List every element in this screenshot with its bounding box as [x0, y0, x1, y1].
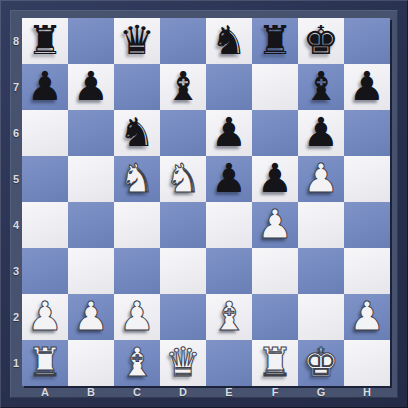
square-a2[interactable]: ♟: [22, 294, 68, 340]
piece-black-bishop[interactable]: ♝: [160, 64, 206, 110]
square-h7[interactable]: ♟: [344, 64, 390, 110]
square-d8[interactable]: [160, 18, 206, 64]
square-a6[interactable]: [22, 110, 68, 156]
square-d3[interactable]: [160, 248, 206, 294]
file-labels: ABCDEFGH: [22, 387, 390, 398]
square-b3[interactable]: [68, 248, 114, 294]
rank-label-4: 4: [10, 202, 22, 248]
file-label-g: G: [298, 387, 344, 398]
square-f2[interactable]: [252, 294, 298, 340]
piece-white-pawn[interactable]: ♟: [68, 294, 114, 340]
file-label-e: E: [206, 387, 252, 398]
rank-label-2: 2: [10, 294, 22, 340]
board: ♜♛♞♜♚♟♟♝♝♟♞♟♟♞♞♟♟♟♟♟♟♟♝♟♜♝♛♜♚: [22, 18, 390, 386]
square-h4[interactable]: [344, 202, 390, 248]
square-d6[interactable]: [160, 110, 206, 156]
piece-white-bishop[interactable]: ♝: [206, 294, 252, 340]
square-e5[interactable]: ♟: [206, 156, 252, 202]
square-b1[interactable]: [68, 340, 114, 386]
square-f8[interactable]: ♜: [252, 18, 298, 64]
rank-label-3: 3: [10, 248, 22, 294]
rank-label-1: 1: [10, 340, 22, 386]
square-g5[interactable]: ♟: [298, 156, 344, 202]
piece-white-pawn[interactable]: ♟: [114, 294, 160, 340]
piece-white-king[interactable]: ♚: [298, 340, 344, 386]
square-h1[interactable]: [344, 340, 390, 386]
square-a7[interactable]: ♟: [22, 64, 68, 110]
square-e3[interactable]: [206, 248, 252, 294]
square-e7[interactable]: [206, 64, 252, 110]
square-h3[interactable]: [344, 248, 390, 294]
piece-black-rook[interactable]: ♜: [22, 18, 68, 64]
square-b4[interactable]: [68, 202, 114, 248]
square-a8[interactable]: ♜: [22, 18, 68, 64]
square-g2[interactable]: [298, 294, 344, 340]
piece-black-knight[interactable]: ♞: [206, 18, 252, 64]
square-h8[interactable]: [344, 18, 390, 64]
square-a3[interactable]: [22, 248, 68, 294]
square-d5[interactable]: ♞: [160, 156, 206, 202]
piece-black-pawn[interactable]: ♟: [68, 64, 114, 110]
piece-white-knight[interactable]: ♞: [114, 156, 160, 202]
square-a4[interactable]: [22, 202, 68, 248]
square-d1[interactable]: ♛: [160, 340, 206, 386]
piece-black-pawn[interactable]: ♟: [22, 64, 68, 110]
piece-black-pawn[interactable]: ♟: [298, 110, 344, 156]
square-d2[interactable]: [160, 294, 206, 340]
square-f5[interactable]: ♟: [252, 156, 298, 202]
square-b6[interactable]: [68, 110, 114, 156]
rank-label-8: 8: [10, 18, 22, 64]
square-e1[interactable]: [206, 340, 252, 386]
square-e2[interactable]: ♝: [206, 294, 252, 340]
square-a1[interactable]: ♜: [22, 340, 68, 386]
piece-black-pawn[interactable]: ♟: [344, 64, 390, 110]
file-label-b: B: [68, 387, 114, 398]
square-c6[interactable]: ♞: [114, 110, 160, 156]
piece-black-king[interactable]: ♚: [298, 18, 344, 64]
square-c1[interactable]: ♝: [114, 340, 160, 386]
piece-black-queen[interactable]: ♛: [114, 18, 160, 64]
file-label-f: F: [252, 387, 298, 398]
square-h2[interactable]: ♟: [344, 294, 390, 340]
square-c4[interactable]: [114, 202, 160, 248]
square-h5[interactable]: [344, 156, 390, 202]
chess-board-frame: 87654321 ♜♛♞♜♚♟♟♝♝♟♞♟♟♞♞♟♟♟♟♟♟♟♝♟♜♝♛♜♚ A…: [0, 0, 408, 408]
file-label-c: C: [114, 387, 160, 398]
square-c8[interactable]: ♛: [114, 18, 160, 64]
piece-white-pawn[interactable]: ♟: [298, 156, 344, 202]
square-a5[interactable]: [22, 156, 68, 202]
piece-white-pawn[interactable]: ♟: [344, 294, 390, 340]
piece-black-rook[interactable]: ♜: [252, 18, 298, 64]
piece-white-knight[interactable]: ♞: [160, 156, 206, 202]
square-f1[interactable]: ♜: [252, 340, 298, 386]
rank-label-6: 6: [10, 110, 22, 156]
square-g8[interactable]: ♚: [298, 18, 344, 64]
square-f3[interactable]: [252, 248, 298, 294]
rank-label-7: 7: [10, 64, 22, 110]
square-e8[interactable]: ♞: [206, 18, 252, 64]
piece-white-pawn[interactable]: ♟: [22, 294, 68, 340]
square-g7[interactable]: ♝: [298, 64, 344, 110]
file-label-h: H: [344, 387, 390, 398]
square-c5[interactable]: ♞: [114, 156, 160, 202]
square-b7[interactable]: ♟: [68, 64, 114, 110]
square-g3[interactable]: [298, 248, 344, 294]
square-e4[interactable]: [206, 202, 252, 248]
square-g4[interactable]: [298, 202, 344, 248]
piece-white-pawn[interactable]: ♟: [252, 202, 298, 248]
square-g6[interactable]: ♟: [298, 110, 344, 156]
board-inner-panel: 87654321 ♜♛♞♜♚♟♟♝♝♟♞♟♟♞♞♟♟♟♟♟♟♟♝♟♜♝♛♜♚ A…: [10, 10, 398, 398]
piece-black-bishop[interactable]: ♝: [298, 64, 344, 110]
piece-white-rook[interactable]: ♜: [22, 340, 68, 386]
square-b8[interactable]: [68, 18, 114, 64]
rank-labels: 87654321: [10, 18, 22, 386]
rank-label-5: 5: [10, 156, 22, 202]
piece-black-pawn[interactable]: ♟: [206, 156, 252, 202]
piece-black-pawn[interactable]: ♟: [206, 110, 252, 156]
piece-black-knight[interactable]: ♞: [114, 110, 160, 156]
piece-white-bishop[interactable]: ♝: [114, 340, 160, 386]
square-c2[interactable]: ♟: [114, 294, 160, 340]
square-c7[interactable]: [114, 64, 160, 110]
square-d7[interactable]: ♝: [160, 64, 206, 110]
square-c3[interactable]: [114, 248, 160, 294]
square-f4[interactable]: ♟: [252, 202, 298, 248]
file-label-a: A: [22, 387, 68, 398]
file-label-d: D: [160, 387, 206, 398]
square-f6[interactable]: [252, 110, 298, 156]
piece-white-queen[interactable]: ♛: [160, 340, 206, 386]
square-d4[interactable]: [160, 202, 206, 248]
square-f7[interactable]: [252, 64, 298, 110]
square-b2[interactable]: ♟: [68, 294, 114, 340]
piece-white-rook[interactable]: ♜: [252, 340, 298, 386]
square-g1[interactable]: ♚: [298, 340, 344, 386]
square-e6[interactable]: ♟: [206, 110, 252, 156]
square-b5[interactable]: [68, 156, 114, 202]
piece-black-pawn[interactable]: ♟: [252, 156, 298, 202]
square-h6[interactable]: [344, 110, 390, 156]
